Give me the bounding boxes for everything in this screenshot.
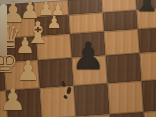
piece-white-pawn-g[interactable]: ♟	[16, 57, 40, 84]
square-r2-c6[interactable]	[138, 27, 156, 53]
pale-object-left-edge	[0, 4, 7, 56]
square-r2-c5[interactable]	[104, 29, 140, 55]
piece-white-pawn-e[interactable]: ♟	[46, 14, 61, 31]
square-r3-c5[interactable]	[106, 53, 142, 83]
piece-black-pawn-centre[interactable]: ♟	[71, 37, 105, 75]
square-r1-c4[interactable]	[69, 13, 104, 34]
square-r3-c3[interactable]	[38, 58, 74, 88]
piece-black-bishop-top-right[interactable]: ♝	[132, 0, 156, 16]
piece-white-pawn-h[interactable]: ♟	[0, 85, 26, 115]
chessboard-photo: ♟♟♟♟♛♝♟♟♚♟♟♟♝	[0, 0, 156, 117]
square-r4-c4[interactable]	[74, 83, 110, 116]
square-r3-c6[interactable]	[140, 51, 156, 81]
square-r4-c6[interactable]	[142, 79, 156, 112]
square-r4-c5[interactable]	[108, 81, 144, 114]
